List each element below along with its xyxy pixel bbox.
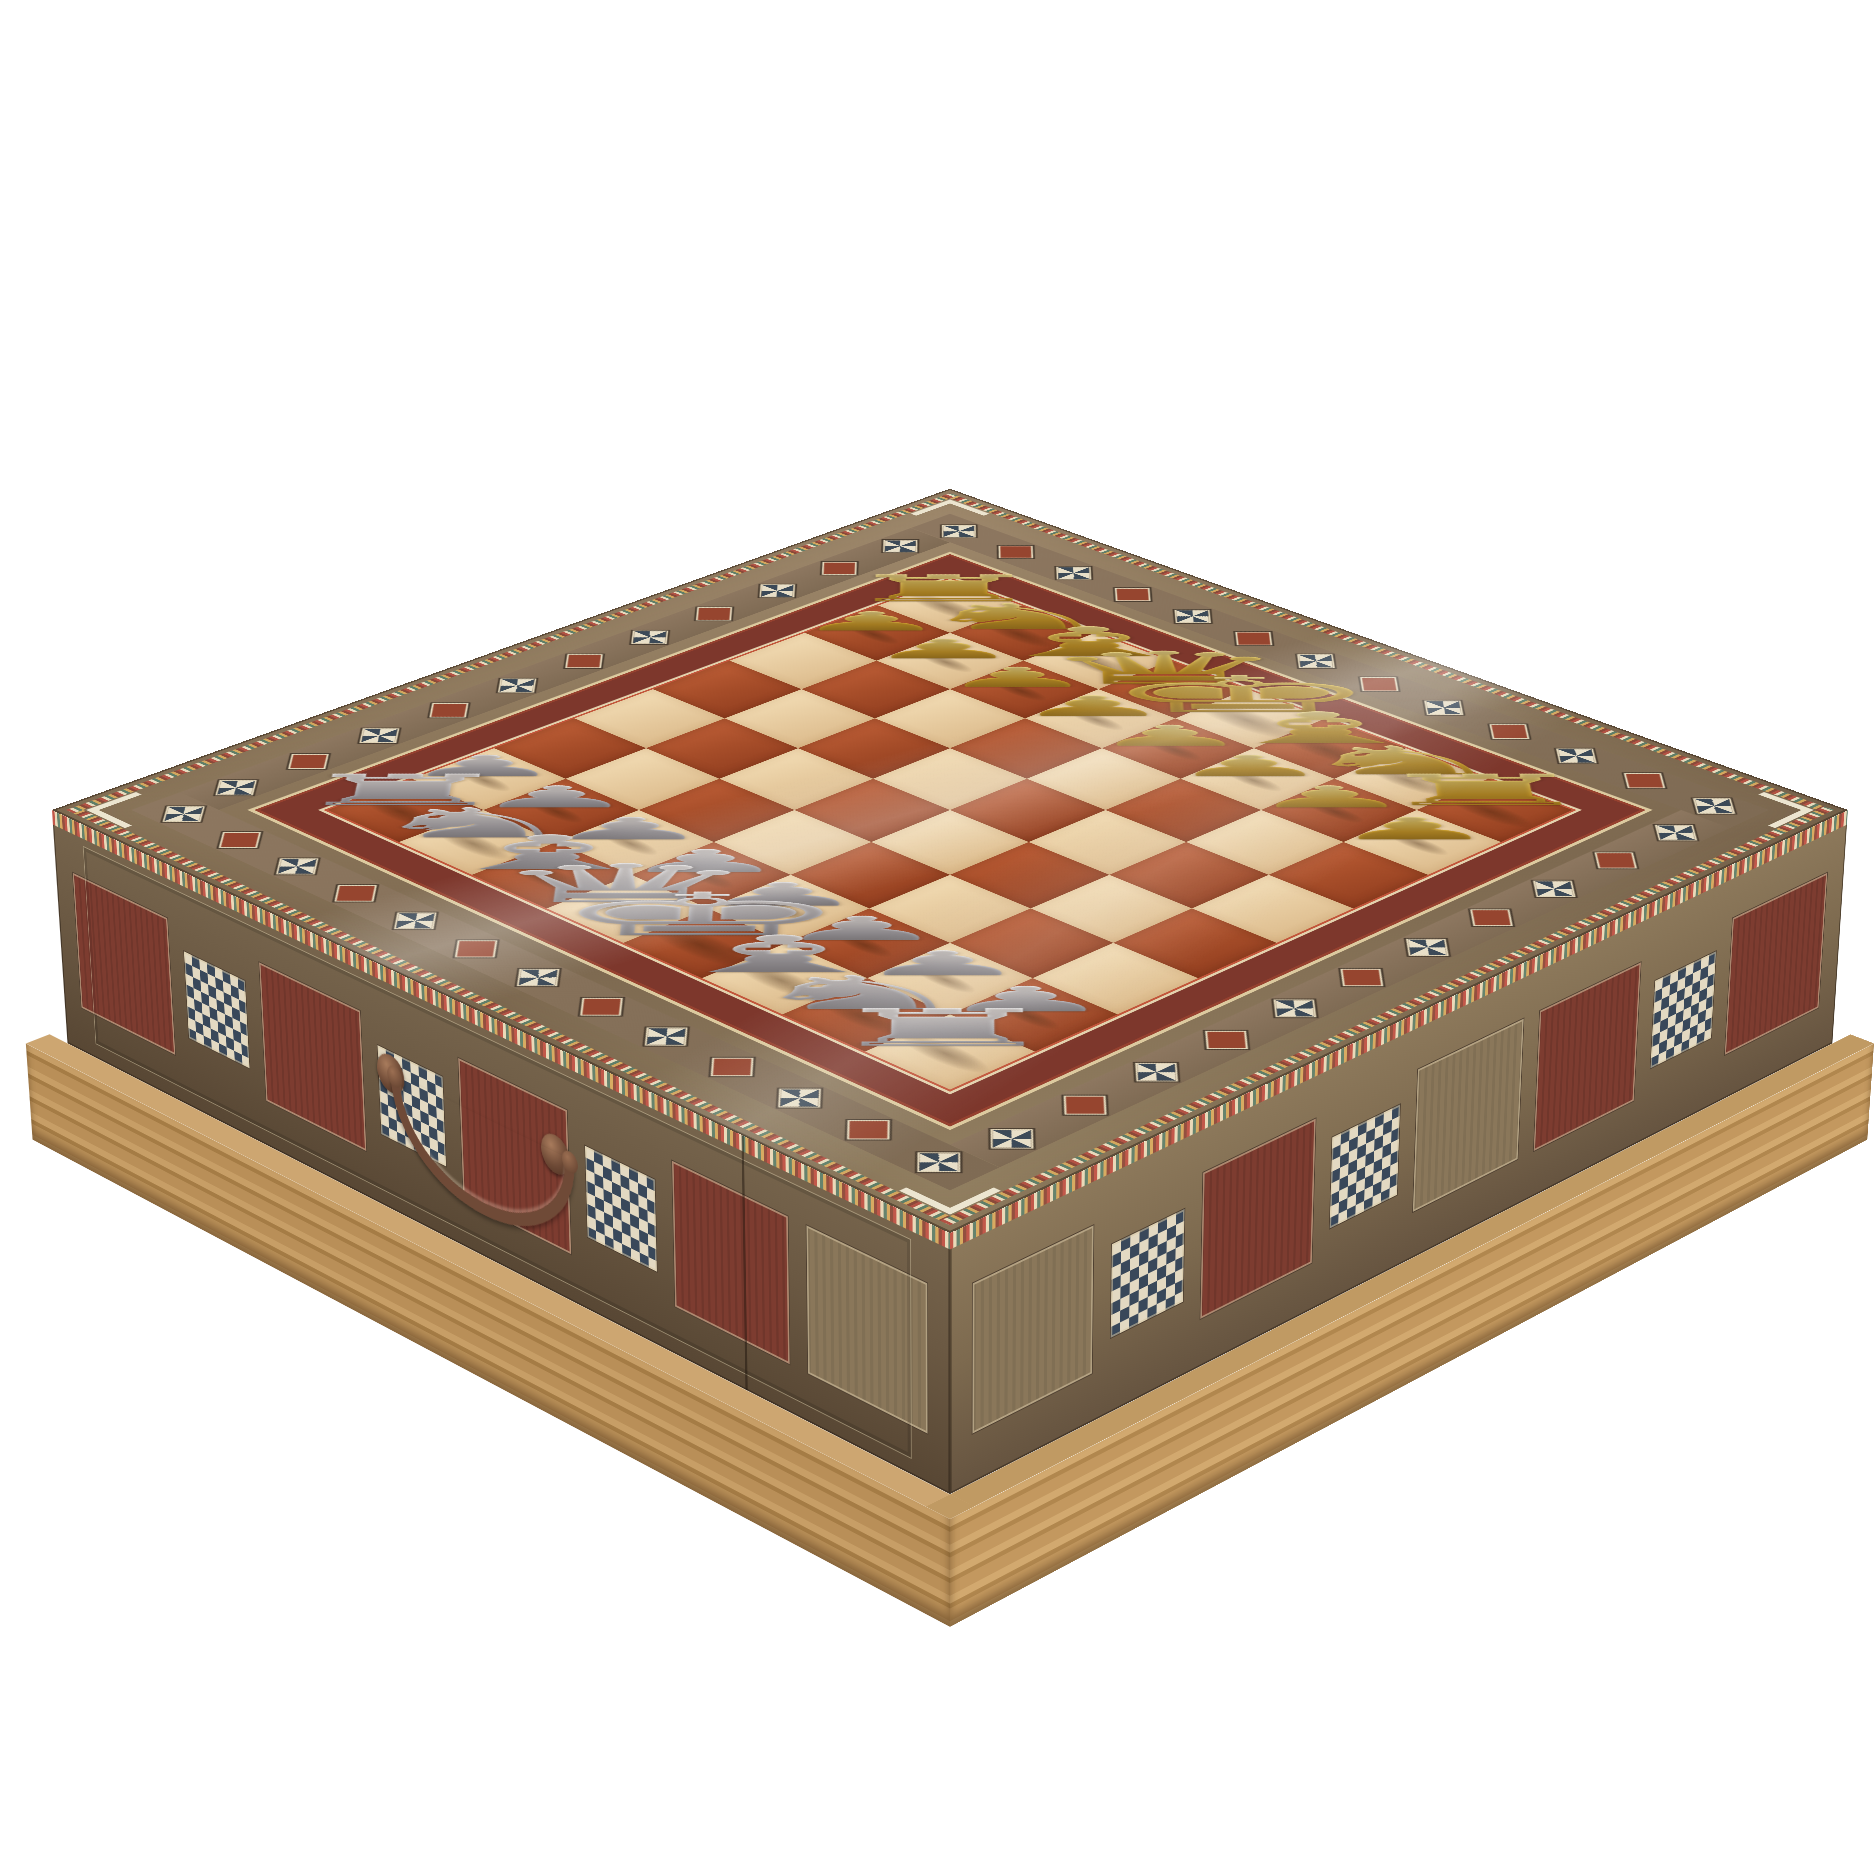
inlay-panel-red <box>1533 963 1640 1151</box>
mosaic-tile <box>431 704 466 717</box>
mosaic-tile <box>1276 1000 1314 1016</box>
mosaic-tile <box>582 999 620 1015</box>
mosaic-tile <box>780 1090 819 1107</box>
mosaic-tile <box>217 781 254 795</box>
mosaic-tile <box>1343 970 1381 986</box>
mosaic-tile <box>885 541 916 552</box>
mosaic-tile <box>713 1059 752 1076</box>
piece-gold-pawn[interactable]: ♟ <box>856 636 1031 663</box>
mosaic-tile <box>361 729 397 742</box>
mosaic-tile <box>519 970 557 986</box>
mosaic-tile <box>1535 881 1573 896</box>
mosaic-tile <box>336 886 374 901</box>
mosaic-tile <box>164 807 202 821</box>
mosaic-tile <box>396 913 434 928</box>
mosaic-tile <box>849 1121 888 1138</box>
mosaic-tile <box>1116 589 1148 601</box>
mosaic-tile <box>1137 1064 1176 1081</box>
mosaic-tile <box>567 655 601 667</box>
mosaic-tile <box>993 1130 1032 1147</box>
inlay-panel-red <box>1201 1119 1316 1319</box>
inlay-panel-mosaic <box>1650 951 1716 1068</box>
product-photo-scene: ♜♞♝♛♚♝♞♜♟♟♟♟♟♟♟♟♟♟♟♟♟♟♟♟♜♞♝♛♚♝♞♜ <box>0 0 1875 1875</box>
mosaic-tile <box>1695 799 1733 813</box>
inlay-panel-red <box>1725 873 1828 1054</box>
inlay-panel-mosaic <box>1330 1104 1400 1228</box>
piece-gold-pawn[interactable]: ♟ <box>1157 752 1342 782</box>
mosaic-tile <box>761 585 793 597</box>
mosaic-tile <box>1558 749 1594 762</box>
inlay-panel-mosaic <box>1111 1208 1185 1337</box>
piece-gold-pawn[interactable]: ♟ <box>784 609 957 635</box>
mosaic-tile <box>1000 546 1031 557</box>
piece-gold-pawn[interactable]: ♟ <box>1079 722 1261 751</box>
mosaic-tile <box>457 941 495 956</box>
mosaic-tile <box>647 1028 685 1044</box>
mosaic-tile <box>1408 940 1446 955</box>
mosaic-tile <box>221 833 259 847</box>
inlay-panel-plain <box>972 1226 1093 1434</box>
mosaic-tile <box>943 526 974 537</box>
mosaic-tile <box>1626 774 1663 788</box>
mosaic-tile <box>698 608 731 620</box>
mosaic-tile <box>500 679 535 692</box>
mosaic-tile <box>1492 725 1528 738</box>
mosaic-tile <box>1472 910 1510 925</box>
inlay-panel-plain <box>1413 1019 1523 1211</box>
mosaic-tile <box>278 859 316 873</box>
mosaic-tile <box>1657 826 1695 840</box>
mosaic-tile <box>1207 1032 1245 1048</box>
mosaic-tile <box>1066 1097 1105 1114</box>
mosaic-tile <box>633 631 666 643</box>
mosaic-tile <box>1597 853 1635 867</box>
